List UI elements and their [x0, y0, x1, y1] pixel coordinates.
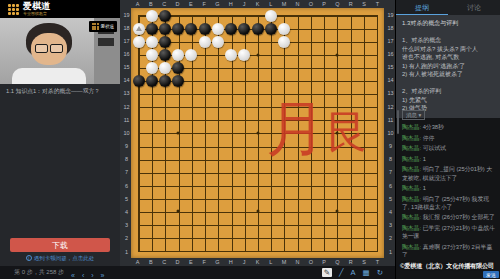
- coord-label: R: [349, 259, 353, 265]
- chat-message: 陶杰晶: 真难啊 (27分37秒) 2目半赢了: [402, 243, 496, 257]
- video-watermark-logo: 爱棋道: [89, 21, 118, 32]
- coord-label: 3: [122, 222, 131, 228]
- chat-message: 陶杰晶: 明白了_提问 (25分01秒) 大龙被吃, 棋就没法下了: [402, 165, 496, 181]
- go-board[interactable]: [131, 8, 384, 258]
- stone-black-E18: [185, 23, 197, 35]
- star-point: [256, 210, 259, 213]
- chat-message: 陶杰晶: 4分38秒: [402, 123, 496, 131]
- stone-black-H18: [225, 23, 237, 35]
- coord-label: S: [362, 259, 366, 265]
- chat-filter-dropdown[interactable]: 消息 ▾: [402, 110, 425, 120]
- outline-line: [402, 28, 494, 37]
- coord-label: 15: [386, 64, 395, 70]
- coord-label: 14: [122, 77, 131, 83]
- outline-line: [402, 79, 494, 88]
- board-area: ABCDEFGHJKLMNOPQRST ABCDEFGHJKLMNOPQRST …: [120, 0, 395, 266]
- stone-black-C19: [159, 10, 171, 22]
- chat-message: 陶杰晶: 我汇报 (26分07秒) 全部死了: [402, 213, 496, 221]
- stone-white-M17: [278, 36, 290, 48]
- stone-white-B17: [146, 36, 158, 48]
- coord-label: 5: [122, 196, 131, 202]
- chat-username: 陶杰晶:: [402, 185, 423, 191]
- stone-white-G18: [212, 23, 224, 35]
- star-point: [335, 210, 338, 213]
- coord-label: A: [136, 1, 140, 7]
- coord-label: 19: [386, 12, 395, 18]
- coord-label: 11: [122, 117, 131, 123]
- coord-label: 16: [386, 51, 395, 57]
- chat-username: 陶杰晶:: [402, 225, 423, 231]
- brand-dot-grid-icon: [92, 23, 99, 30]
- pen-tool-icon[interactable]: ✎: [322, 268, 332, 277]
- chat-username: 陶杰晶:: [402, 156, 423, 162]
- line-tool-icon[interactable]: ╱: [339, 268, 344, 277]
- tab-讨论[interactable]: 讨论: [448, 0, 500, 15]
- playback-nav-icon[interactable]: ›: [91, 272, 93, 279]
- playback-nav-icon[interactable]: ‹: [82, 272, 84, 279]
- company-watermark: ©爱棋道（北京）文化传播有限公司: [394, 262, 500, 271]
- coord-label: 17: [386, 38, 395, 44]
- coord-label: D: [175, 259, 179, 265]
- outline-line: 谁也不逃跑, 对杀气数: [402, 53, 494, 62]
- brand-dot-grid-icon: [8, 4, 19, 15]
- chat-username: 陶杰晶:: [402, 214, 423, 220]
- brand-name: 爱棋道: [23, 2, 50, 11]
- teacher-webcam-video: 爱棋道: [0, 18, 120, 84]
- send-button[interactable]: 发送: [483, 271, 499, 278]
- coord-label: T: [376, 1, 379, 7]
- outline-line: 1) 有人跑的叫'逃跑杀'了: [402, 62, 494, 71]
- chat-message: 陶杰晶: 停停: [402, 134, 496, 142]
- coord-label: 12: [122, 104, 131, 110]
- stone-black-D14: [172, 75, 184, 87]
- coord-label: 18: [122, 25, 131, 31]
- stone-white-G17: [212, 36, 224, 48]
- column-labels-top: ABCDEFGHJKLMNOPQRST: [138, 0, 378, 8]
- coord-label: 7: [386, 169, 395, 175]
- chat-username: 陶杰晶:: [402, 135, 423, 141]
- coord-label: Q: [335, 1, 339, 7]
- coord-label: A: [136, 259, 140, 265]
- coord-label: 1: [122, 249, 131, 255]
- coord-label: 4: [386, 209, 395, 215]
- coord-label: 4: [122, 209, 131, 215]
- coord-label: 1: [386, 249, 395, 255]
- row-labels-right: 19181716151413121110987654321: [384, 15, 395, 252]
- star-point: [335, 132, 338, 135]
- stone-white-F17: [199, 36, 211, 48]
- coord-label: C: [162, 1, 166, 7]
- coord-label: 9: [122, 143, 131, 149]
- stone-white-B16: [146, 49, 158, 61]
- outline-line: 什么叫对杀? 拔头杀? 两个人: [402, 45, 494, 54]
- stone-black-C14: [159, 75, 171, 87]
- coord-label: O: [309, 259, 313, 265]
- stone-white-E16: [185, 49, 197, 61]
- brand-subtitle: 专业围棋教育: [23, 12, 50, 16]
- coord-label: E: [189, 259, 193, 265]
- stone-white-B15: [146, 62, 158, 74]
- stone-black-J18: [238, 23, 250, 35]
- chat-message: 陶杰晶: 1: [402, 155, 496, 163]
- coord-label: Q: [335, 259, 339, 265]
- coord-label: L: [269, 259, 272, 265]
- stone-black-A14: [133, 75, 145, 87]
- coord-label: 3: [386, 222, 395, 228]
- coord-label: 10: [122, 130, 131, 136]
- coord-label: B: [149, 259, 153, 265]
- coord-label: J: [243, 259, 246, 265]
- star-point: [335, 53, 338, 56]
- chat-message: 陶杰晶: 1: [402, 184, 496, 192]
- stone-black-C16: [159, 49, 171, 61]
- lesson-title: 1.1 知识点1：对杀的概念——双方？: [0, 84, 120, 99]
- outline-line: 1.3对杀的概念与评判: [402, 19, 494, 28]
- coord-label: G: [215, 1, 219, 7]
- text-tool-icon[interactable]: A: [351, 268, 356, 277]
- coord-label: B: [149, 1, 153, 7]
- coord-label: J: [243, 1, 246, 7]
- playback-toolbar: 第 0 步，共 258 步 «‹›» ✎╱A▦↻: [0, 266, 395, 279]
- lag-help-link[interactable]: i遇到卡顿问题，点击此处: [0, 255, 120, 262]
- left-sidebar: 爱棋道 专业围棋教育 爱棋道 1.1 知识点1：对杀的概念——双方？ 下载 i遇…: [0, 0, 120, 266]
- star-point: [177, 132, 180, 135]
- stone-black-D18: [172, 23, 184, 35]
- stone-black-L18: [265, 23, 277, 35]
- coord-label: F: [202, 259, 205, 265]
- outline-line: 2) 有人被堵死就被杀了: [402, 70, 494, 79]
- coord-label: 14: [386, 77, 395, 83]
- coord-label: N: [295, 1, 299, 7]
- stone-white-H16: [225, 49, 237, 61]
- coord-label: H: [229, 1, 233, 7]
- outline-line: 1、对杀的概念: [402, 36, 494, 45]
- download-button[interactable]: 下载: [10, 238, 110, 252]
- coord-label: K: [256, 259, 260, 265]
- coord-label: D: [175, 1, 179, 7]
- stone-white-B19: [146, 10, 158, 22]
- coord-label: 2: [386, 235, 395, 241]
- teacher-shirt: [12, 68, 86, 84]
- stone-white-L19: [265, 10, 277, 22]
- coord-label: 13: [122, 90, 131, 96]
- row-labels-left: 19181716151413121110987654321: [120, 15, 131, 252]
- stone-white-A18: [133, 23, 145, 35]
- stone-black-K18: [252, 23, 264, 35]
- stone-black-C18: [159, 23, 171, 35]
- stone-white-J16: [238, 49, 250, 61]
- coord-label: 6: [122, 183, 131, 189]
- coord-label: 8: [122, 156, 131, 162]
- coord-label: M: [282, 259, 287, 265]
- coord-label: K: [256, 1, 260, 7]
- coord-label: G: [215, 259, 219, 265]
- logo-bar: 爱棋道 专业围棋教育: [0, 0, 120, 18]
- stone-white-M18: [278, 23, 290, 35]
- coord-label: S: [362, 1, 366, 7]
- sidebar-tabs: 提纲讨论: [396, 0, 500, 15]
- star-point: [177, 210, 180, 213]
- coord-label: 5: [386, 196, 395, 202]
- teacher-glasses: [35, 44, 63, 53]
- coord-label: H: [229, 259, 233, 265]
- coord-label: T: [376, 259, 379, 265]
- chat-message: 陶杰晶: 明白了 (25分47秒) 我发现了, 13路棋盘太小了: [402, 195, 496, 211]
- coord-label: P: [322, 259, 326, 265]
- stone-white-A17: [133, 36, 145, 48]
- coord-label: 10: [386, 130, 395, 136]
- coord-label: 18: [386, 25, 395, 31]
- stone-black-B18: [146, 23, 158, 35]
- chat-username: 陶杰晶:: [402, 124, 423, 130]
- board-gridlines: [138, 15, 378, 252]
- chat-scrollbar[interactable]: [397, 110, 399, 134]
- coord-label: P: [322, 1, 326, 7]
- move-counter: 第 0 步，共 258 步: [14, 268, 64, 277]
- stone-white-C15: [159, 62, 171, 74]
- coord-label: 12: [386, 104, 395, 110]
- reset-tool-icon[interactable]: ↻: [377, 268, 383, 277]
- stone-black-C17: [159, 36, 171, 48]
- coord-label: R: [349, 1, 353, 7]
- chat-panel[interactable]: 消息 ▾陶杰晶: 4分38秒陶杰晶: 停停陶杰晶: 可以试试陶杰晶: 1陶杰晶:…: [396, 100, 500, 257]
- stone-white-D16: [172, 49, 184, 61]
- app-window: { "game": "go", "position": { "format": …: [0, 0, 500, 279]
- coord-label: O: [309, 1, 313, 7]
- stone-black-D15: [172, 62, 184, 74]
- chat-username: 陶杰晶:: [402, 244, 423, 250]
- coord-label: 2: [122, 235, 131, 241]
- coord-label: 7: [122, 169, 131, 175]
- coord-label: 9: [386, 143, 395, 149]
- chat-message: 陶杰晶: 已学完 (27分21秒) 中盘战斗第一课: [402, 224, 496, 240]
- coord-label: F: [202, 1, 205, 7]
- last-move-marker-icon: [136, 26, 142, 31]
- star-point: [256, 132, 259, 135]
- coord-label: L: [269, 1, 272, 7]
- coord-label: M: [282, 1, 287, 7]
- coord-label: C: [162, 259, 166, 265]
- chat-username: 陶杰晶:: [402, 166, 423, 172]
- coord-label: 15: [122, 64, 131, 70]
- coord-label: 8: [386, 156, 395, 162]
- outline-line: 2、对杀的评判: [402, 87, 494, 96]
- coord-label: N: [295, 259, 299, 265]
- board-tool-icon[interactable]: ▦: [363, 268, 370, 277]
- stone-black-B14: [146, 75, 158, 87]
- info-icon: i: [26, 255, 32, 261]
- coord-label: 17: [122, 38, 131, 44]
- coord-label: 6: [386, 183, 395, 189]
- video-watermark-text: 爱棋道: [101, 24, 115, 29]
- coord-label: 11: [386, 117, 395, 123]
- chat-username: 陶杰晶:: [402, 145, 423, 151]
- tab-提纲[interactable]: 提纲: [396, 0, 448, 15]
- chat-username: 陶杰晶:: [402, 196, 423, 202]
- coord-label: 16: [122, 51, 131, 57]
- coord-label: 13: [386, 90, 395, 96]
- playback-nav-icon[interactable]: »: [101, 272, 105, 279]
- stone-black-F18: [199, 23, 211, 35]
- column-labels-bottom: ABCDEFGHJKLMNOPQRST: [138, 258, 378, 266]
- coord-label: E: [189, 1, 193, 7]
- star-point: [256, 53, 259, 56]
- coord-label: 19: [122, 12, 131, 18]
- playback-nav-icon[interactable]: «: [71, 272, 75, 279]
- right-sidebar: 提纲讨论 1.3对杀的概念与评判 1、对杀的概念什么叫对杀? 拔头杀? 两个人谁…: [395, 0, 500, 279]
- chat-message: 陶杰晶: 可以试试: [402, 144, 496, 152]
